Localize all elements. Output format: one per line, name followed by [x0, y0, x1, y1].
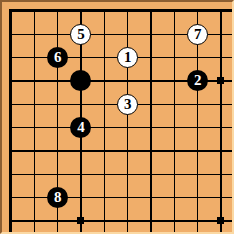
- stone-black-4: 4: [70, 117, 91, 138]
- stone-black-2: 2: [187, 70, 208, 91]
- stone-white-1: 1: [117, 47, 138, 68]
- grid-line-vertical: [34, 9, 35, 232]
- grid-line-horizontal: [9, 174, 232, 175]
- stone-move-number: 7: [194, 27, 202, 42]
- stone-move-number: 1: [124, 50, 132, 65]
- stone-move-number: 5: [77, 27, 85, 42]
- stone-move-number: 6: [54, 50, 62, 65]
- go-board-diagram: 12345678: [0, 0, 234, 234]
- hoshi-marker: [77, 217, 84, 224]
- grid-line-horizontal: [9, 127, 232, 128]
- stone-white-5: 5: [70, 24, 91, 45]
- stone-black-hoshi: [70, 70, 91, 91]
- grid-line-horizontal: [9, 9, 232, 12]
- hoshi-marker: [217, 77, 224, 84]
- grid-line-vertical: [174, 9, 175, 232]
- stone-white-7: 7: [187, 24, 208, 45]
- hoshi-marker: [217, 217, 224, 224]
- grid-line-vertical: [127, 9, 128, 232]
- grid-line-vertical: [9, 9, 12, 232]
- grid-line-vertical: [220, 9, 221, 232]
- grid-line-vertical: [150, 9, 151, 232]
- stone-move-number: 8: [54, 190, 62, 205]
- stone-black-6: 6: [47, 47, 68, 68]
- stone-move-number: 4: [77, 120, 85, 135]
- grid-line-horizontal: [9, 220, 232, 221]
- stone-move-number: 3: [124, 97, 132, 112]
- grid-line-horizontal: [9, 197, 232, 198]
- grid-line-vertical: [104, 9, 105, 232]
- stone-white-3: 3: [117, 94, 138, 115]
- stone-black-8: 8: [47, 187, 68, 208]
- grid-line-horizontal: [9, 150, 232, 151]
- stone-move-number: 2: [194, 73, 202, 88]
